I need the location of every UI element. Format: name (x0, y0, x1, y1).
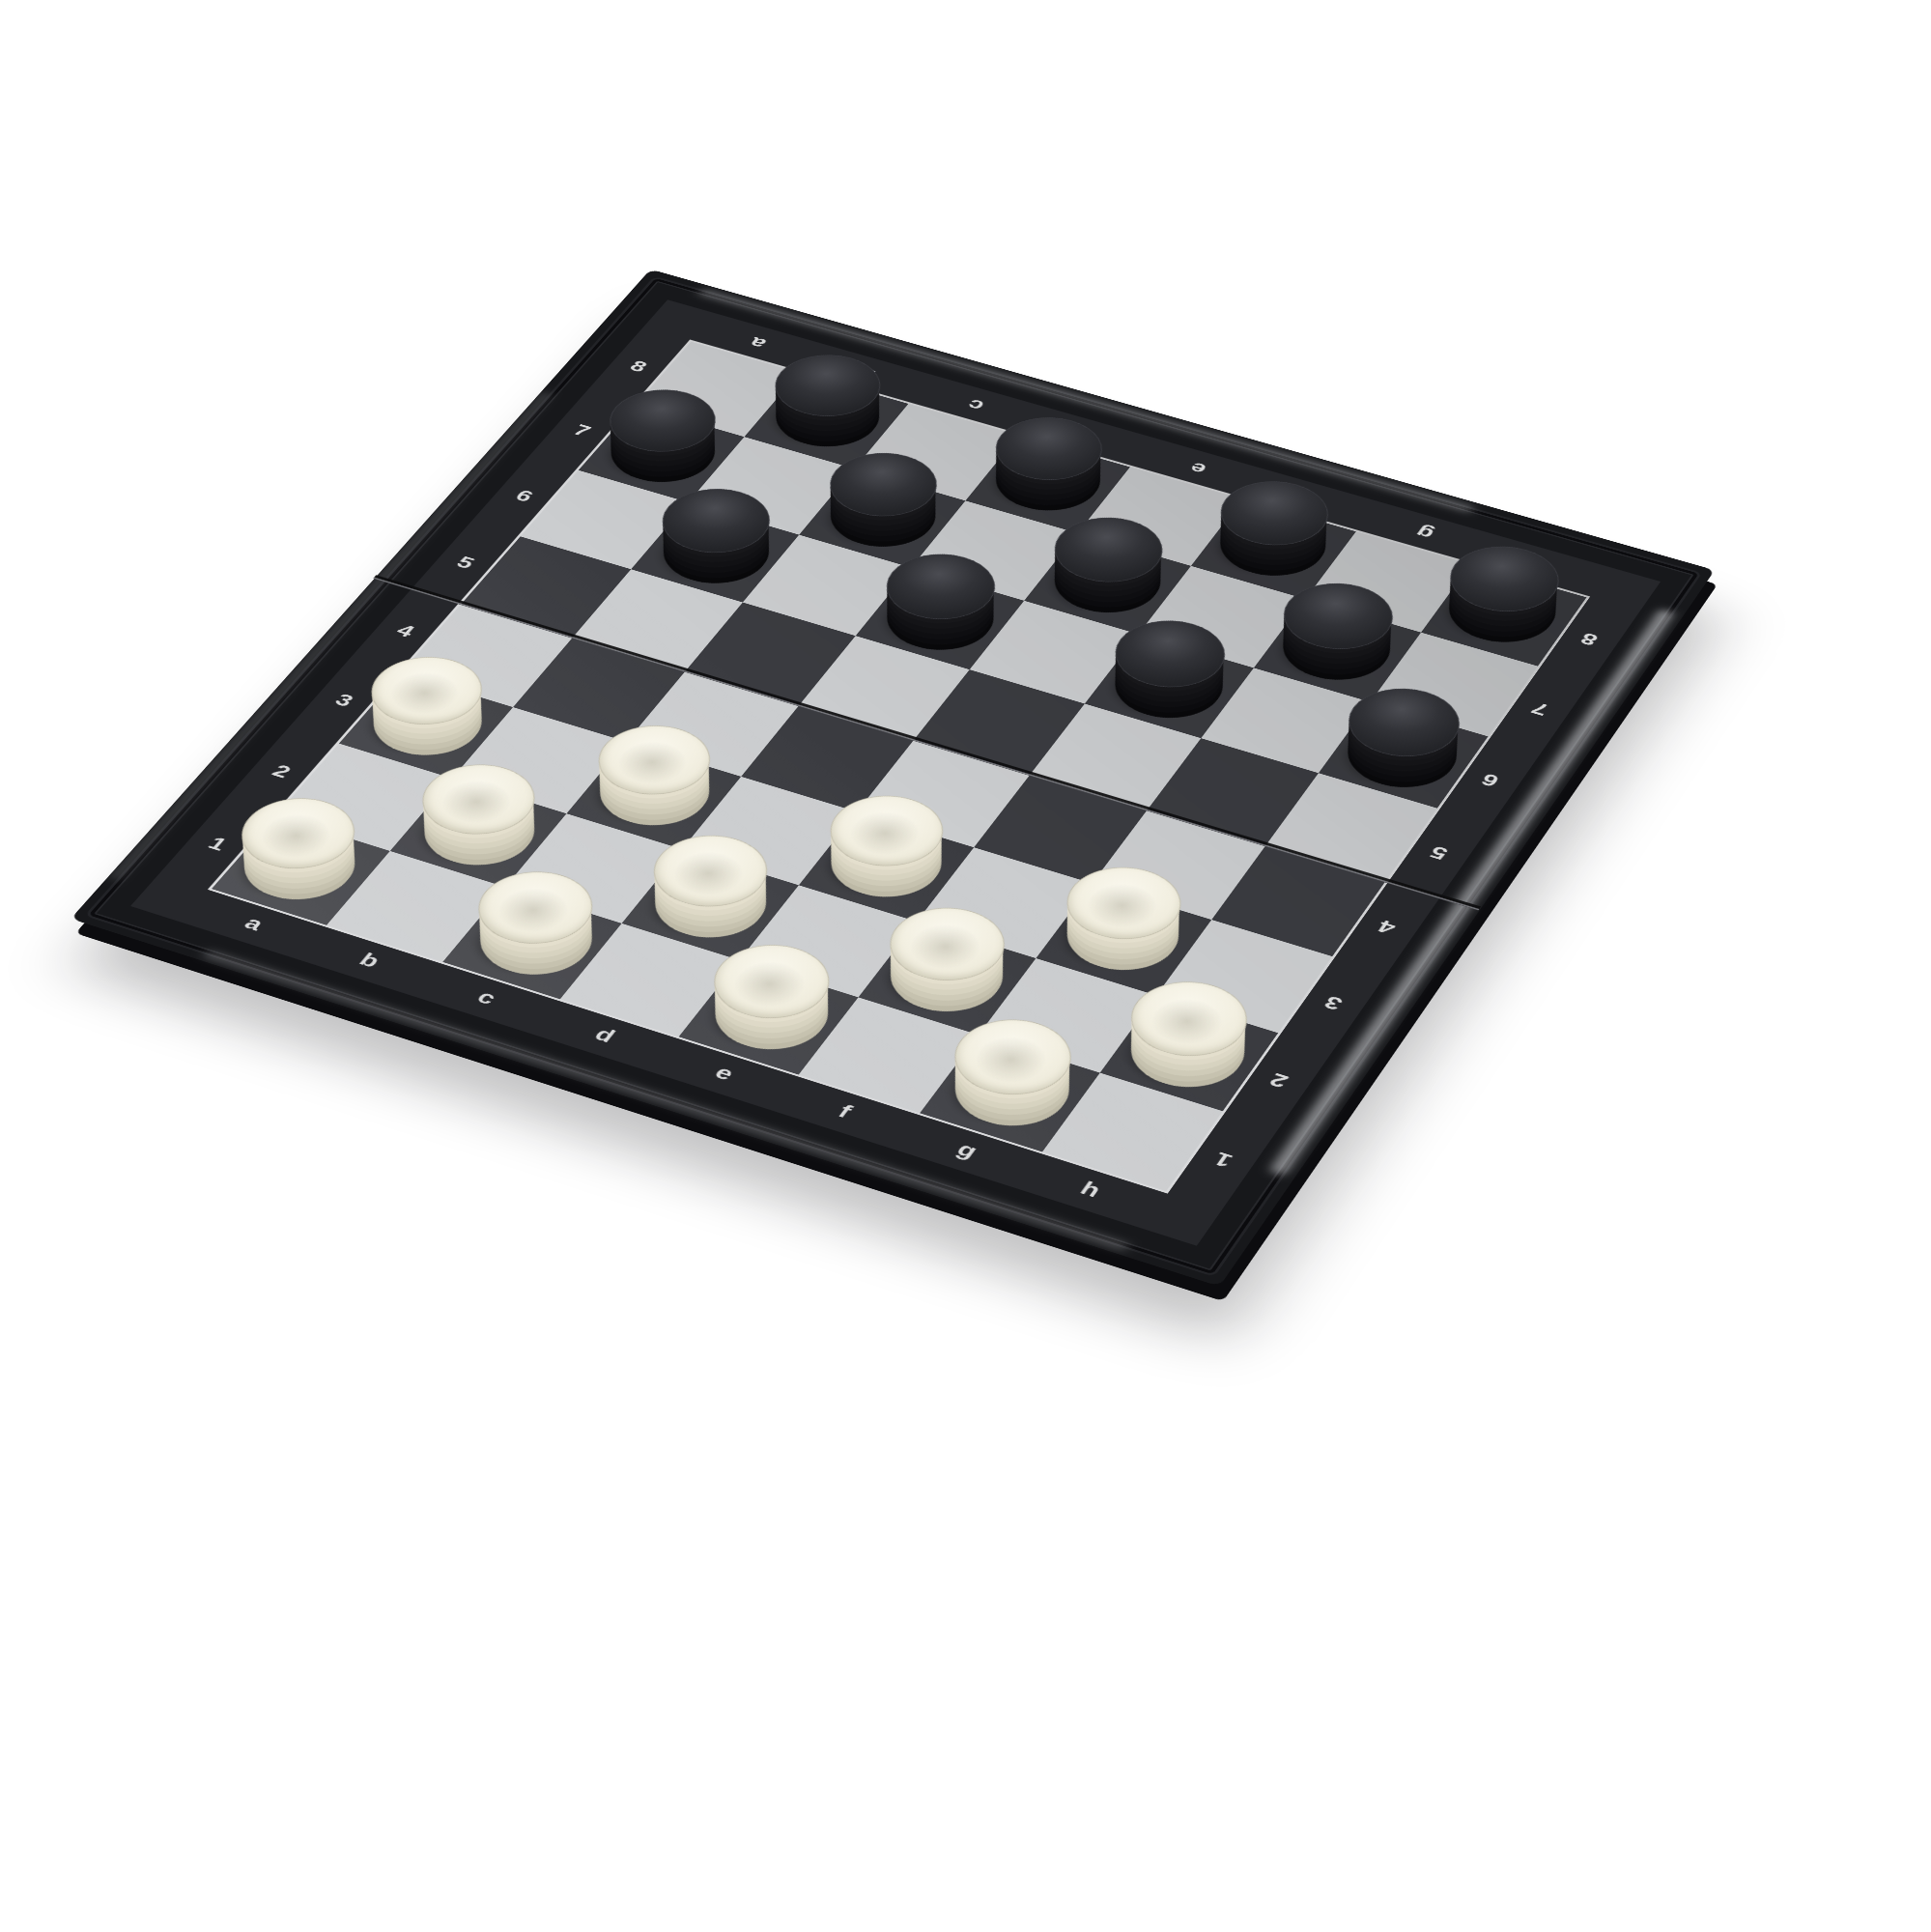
checkers-board-scene: 88aa77bb66cc55dd44ee33ff22gg11hh (71, 270, 1715, 1287)
product-photo-canvas: 88aa77bb66cc55dd44ee33ff22gg11hh (0, 0, 1931, 1932)
board-sheet: 88aa77bb66cc55dd44ee33ff22gg11hh (130, 299, 1661, 1245)
board-frame: 88aa77bb66cc55dd44ee33ff22gg11hh (71, 270, 1715, 1287)
